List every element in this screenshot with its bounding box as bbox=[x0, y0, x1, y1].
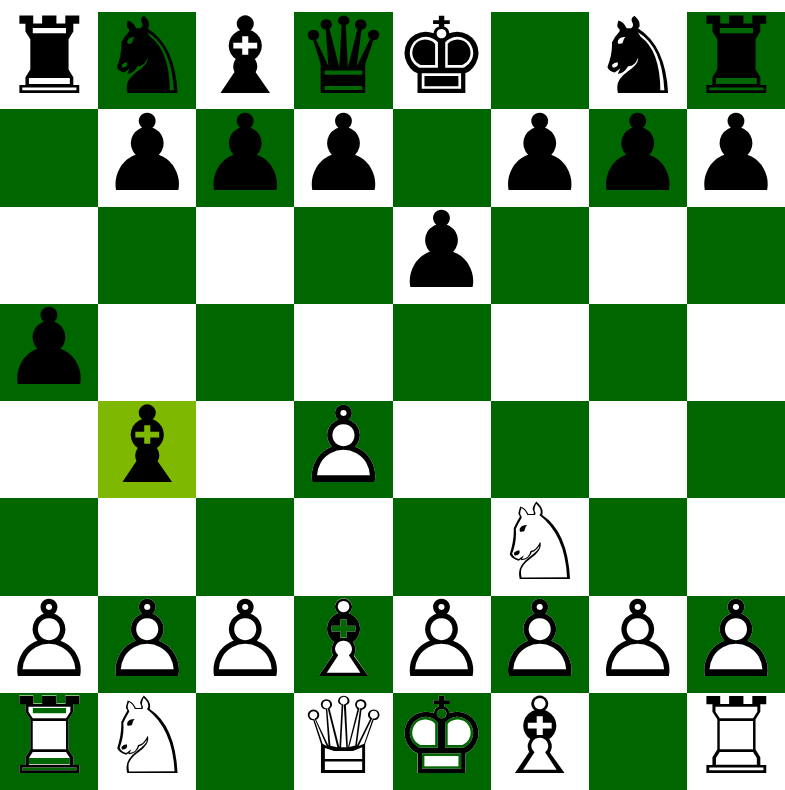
black-rook-glyph: ♜ bbox=[2, 3, 97, 109]
black-king-glyph: ♚ bbox=[394, 3, 489, 109]
piece-white-pawn[interactable]: ♟♙ bbox=[589, 596, 687, 693]
white-bishop-outline-glyph: ♗ bbox=[492, 684, 587, 790]
square-f7[interactable]: ♟ bbox=[491, 109, 589, 206]
square-g6[interactable] bbox=[589, 207, 687, 304]
square-a8[interactable]: ♜ bbox=[0, 12, 98, 109]
piece-white-pawn[interactable]: ♟♙ bbox=[294, 401, 392, 498]
piece-black-pawn[interactable]: ♟ bbox=[98, 109, 196, 206]
square-g7[interactable]: ♟ bbox=[589, 109, 687, 206]
square-b4[interactable]: ♝ bbox=[98, 401, 196, 498]
square-a1[interactable]: ♜♖ bbox=[0, 693, 98, 790]
black-pawn-glyph: ♟ bbox=[296, 101, 391, 207]
square-e4[interactable] bbox=[393, 401, 491, 498]
piece-white-pawn[interactable]: ♟♙ bbox=[196, 596, 294, 693]
square-f5[interactable] bbox=[491, 304, 589, 401]
black-bishop-glyph: ♝ bbox=[100, 392, 195, 498]
black-pawn-glyph: ♟ bbox=[492, 101, 587, 207]
square-b7[interactable]: ♟ bbox=[98, 109, 196, 206]
black-pawn-glyph: ♟ bbox=[100, 101, 195, 207]
black-pawn-glyph: ♟ bbox=[688, 101, 783, 207]
square-g4[interactable] bbox=[589, 401, 687, 498]
piece-black-bishop[interactable]: ♝ bbox=[98, 401, 196, 498]
white-knight-outline-glyph: ♘ bbox=[100, 684, 195, 790]
square-b6[interactable] bbox=[98, 207, 196, 304]
piece-black-pawn[interactable]: ♟ bbox=[491, 109, 589, 206]
white-rook-outline-glyph: ♖ bbox=[2, 684, 97, 790]
piece-white-bishop[interactable]: ♝♗ bbox=[491, 693, 589, 790]
white-king-outline-glyph: ♔ bbox=[394, 684, 489, 790]
square-c5[interactable] bbox=[196, 304, 294, 401]
piece-black-king[interactable]: ♚ bbox=[393, 12, 491, 109]
piece-black-pawn[interactable]: ♟ bbox=[0, 304, 98, 401]
square-a5[interactable]: ♟ bbox=[0, 304, 98, 401]
square-c7[interactable]: ♟ bbox=[196, 109, 294, 206]
black-pawn-glyph: ♟ bbox=[394, 198, 489, 304]
chess-board: ♜♞♝♛♚♞♜♟♟♟♟♟♟♟♟♝♟♙♞♘♟♙♟♙♟♙♝♗♟♙♟♙♟♙♟♙♜♖♞♘… bbox=[0, 12, 785, 790]
square-f1[interactable]: ♝♗ bbox=[491, 693, 589, 790]
square-e1[interactable]: ♚♔ bbox=[393, 693, 491, 790]
piece-black-pawn[interactable]: ♟ bbox=[294, 109, 392, 206]
square-h1[interactable]: ♜♖ bbox=[687, 693, 785, 790]
square-d6[interactable] bbox=[294, 207, 392, 304]
square-g5[interactable] bbox=[589, 304, 687, 401]
piece-black-pawn[interactable]: ♟ bbox=[393, 207, 491, 304]
square-g1[interactable] bbox=[589, 693, 687, 790]
piece-black-pawn[interactable]: ♟ bbox=[196, 109, 294, 206]
square-b1[interactable]: ♞♘ bbox=[98, 693, 196, 790]
piece-white-knight[interactable]: ♞♘ bbox=[98, 693, 196, 790]
piece-black-pawn[interactable]: ♟ bbox=[589, 109, 687, 206]
piece-white-queen[interactable]: ♛♕ bbox=[294, 693, 392, 790]
square-c1[interactable] bbox=[196, 693, 294, 790]
square-h5[interactable] bbox=[687, 304, 785, 401]
piece-white-rook[interactable]: ♜♖ bbox=[0, 693, 98, 790]
black-pawn-glyph: ♟ bbox=[198, 101, 293, 207]
square-e8[interactable]: ♚ bbox=[393, 12, 491, 109]
square-c6[interactable] bbox=[196, 207, 294, 304]
square-c4[interactable] bbox=[196, 401, 294, 498]
white-queen-outline-glyph: ♕ bbox=[296, 684, 391, 790]
square-h4[interactable] bbox=[687, 401, 785, 498]
square-a4[interactable] bbox=[0, 401, 98, 498]
square-h7[interactable]: ♟ bbox=[687, 109, 785, 206]
piece-black-rook[interactable]: ♜ bbox=[0, 12, 98, 109]
square-c2[interactable]: ♟♙ bbox=[196, 596, 294, 693]
square-e6[interactable]: ♟ bbox=[393, 207, 491, 304]
white-pawn-outline-glyph: ♙ bbox=[590, 587, 685, 693]
square-a7[interactable] bbox=[0, 109, 98, 206]
white-rook-outline-glyph: ♖ bbox=[688, 684, 783, 790]
square-e5[interactable] bbox=[393, 304, 491, 401]
square-d1[interactable]: ♛♕ bbox=[294, 693, 392, 790]
black-pawn-glyph: ♟ bbox=[590, 101, 685, 207]
white-pawn-outline-glyph: ♙ bbox=[296, 392, 391, 498]
square-f6[interactable] bbox=[491, 207, 589, 304]
piece-black-pawn[interactable]: ♟ bbox=[687, 109, 785, 206]
white-pawn-outline-glyph: ♙ bbox=[198, 587, 293, 693]
square-h6[interactable] bbox=[687, 207, 785, 304]
piece-white-rook[interactable]: ♜♖ bbox=[687, 693, 785, 790]
square-g2[interactable]: ♟♙ bbox=[589, 596, 687, 693]
square-d7[interactable]: ♟ bbox=[294, 109, 392, 206]
black-pawn-glyph: ♟ bbox=[2, 295, 97, 401]
square-d4[interactable]: ♟♙ bbox=[294, 401, 392, 498]
piece-white-king[interactable]: ♚♔ bbox=[393, 693, 491, 790]
